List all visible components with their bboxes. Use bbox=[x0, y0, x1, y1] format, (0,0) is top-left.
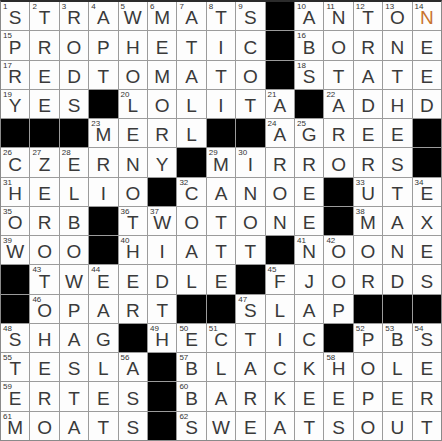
clue-number: 57 bbox=[179, 353, 188, 363]
cell-r12c11[interactable]: C bbox=[295, 324, 323, 352]
cell-r7c8[interactable]: A bbox=[207, 178, 235, 206]
cell-letter: L bbox=[275, 301, 286, 323]
clue-number: 61 bbox=[3, 412, 12, 422]
cell-r14c2[interactable]: R bbox=[30, 382, 58, 410]
cell-letter: D bbox=[391, 272, 405, 294]
clue-number: 41 bbox=[297, 236, 306, 246]
cell-r15c14[interactable]: U bbox=[383, 412, 411, 440]
clue-number: 19 bbox=[3, 90, 12, 100]
cell-r9c11[interactable]: 41N bbox=[295, 236, 323, 264]
cell-letter: E bbox=[303, 389, 316, 411]
clue-number: 47 bbox=[238, 295, 247, 305]
cell-letter: X bbox=[420, 213, 433, 235]
clue-number: 36 bbox=[121, 207, 130, 217]
cell-r10c3[interactable]: W bbox=[60, 265, 88, 293]
cell-r12c6[interactable]: 49H bbox=[148, 324, 176, 352]
cell-r13c11[interactable]: K bbox=[295, 353, 323, 381]
cell-r12c4[interactable]: G bbox=[89, 324, 117, 352]
cell-r9c6[interactable]: I bbox=[148, 236, 176, 264]
clue-number: 60 bbox=[179, 382, 188, 392]
cell-r7c2[interactable]: E bbox=[30, 178, 58, 206]
cell-r8c11[interactable]: E bbox=[295, 207, 323, 235]
cell-r10c15[interactable]: S bbox=[413, 265, 441, 293]
cell-r6c11[interactable]: R bbox=[295, 148, 323, 176]
cell-letter: T bbox=[421, 418, 433, 440]
clue-number: 40 bbox=[121, 236, 130, 246]
cell-letter: T bbox=[215, 242, 227, 264]
cell-r3c11[interactable]: 18S bbox=[295, 61, 323, 89]
cell-r15c2[interactable]: O bbox=[30, 412, 58, 440]
cell-r4c9[interactable]: T bbox=[236, 90, 264, 118]
black-square-r5c9 bbox=[236, 119, 264, 147]
cell-r7c9[interactable]: N bbox=[236, 178, 264, 206]
cell-r12c10[interactable]: I bbox=[266, 324, 294, 352]
black-square-r11c13 bbox=[354, 295, 382, 323]
cell-r15c9[interactable]: E bbox=[236, 412, 264, 440]
cell-r1c15[interactable]: 14N bbox=[413, 2, 441, 30]
cell-letter: T bbox=[215, 67, 227, 89]
cell-letter: A bbox=[391, 213, 404, 235]
cell-r7c15[interactable]: 34E bbox=[413, 178, 441, 206]
cell-r12c13[interactable]: 52P bbox=[354, 324, 382, 352]
cell-letter: J bbox=[304, 272, 314, 294]
cell-r4c5[interactable]: 20L bbox=[119, 90, 147, 118]
cell-r13c8[interactable]: L bbox=[207, 353, 235, 381]
cell-r6c14[interactable]: S bbox=[383, 148, 411, 176]
cell-r9c2[interactable]: O bbox=[30, 236, 58, 264]
cell-r11c3[interactable]: P bbox=[60, 295, 88, 323]
black-square-r5c8 bbox=[207, 119, 235, 147]
cell-r3c9[interactable]: O bbox=[236, 61, 264, 89]
clue-number: 18 bbox=[297, 61, 306, 71]
cell-r2c1[interactable]: 15P bbox=[1, 31, 29, 59]
cell-r5c5[interactable]: E bbox=[119, 119, 147, 147]
cell-letter: P bbox=[97, 38, 110, 60]
cell-r8c10[interactable]: N bbox=[266, 207, 294, 235]
cell-letter: A bbox=[215, 184, 228, 206]
cell-letter: M bbox=[154, 8, 170, 30]
cell-letter: T bbox=[392, 67, 404, 89]
black-square-r10c1 bbox=[1, 265, 29, 293]
cell-r6c5[interactable]: N bbox=[119, 148, 147, 176]
cell-r7c7[interactable]: 32C bbox=[177, 178, 205, 206]
cell-r14c13[interactable]: P bbox=[354, 382, 382, 410]
cell-r9c1[interactable]: 39W bbox=[1, 236, 29, 264]
cell-letter: T bbox=[98, 418, 110, 440]
cell-letter: T bbox=[98, 67, 110, 89]
cell-letter: C bbox=[244, 38, 258, 60]
cell-r7c4[interactable]: I bbox=[89, 178, 117, 206]
cell-letter: H bbox=[126, 38, 140, 60]
cell-letter: E bbox=[420, 67, 433, 89]
cell-r14c9[interactable]: R bbox=[236, 382, 264, 410]
cell-r15c11[interactable]: T bbox=[295, 412, 323, 440]
cell-r14c7[interactable]: 60B bbox=[177, 382, 205, 410]
clue-number: 59 bbox=[3, 382, 12, 392]
cell-r6c10[interactable]: R bbox=[266, 148, 294, 176]
cell-r15c15[interactable]: T bbox=[413, 412, 441, 440]
cell-r10c6[interactable]: D bbox=[148, 265, 176, 293]
cell-r11c6[interactable]: T bbox=[148, 295, 176, 323]
cell-r12c8[interactable]: 51C bbox=[207, 324, 235, 352]
cell-r8c15[interactable]: X bbox=[413, 207, 441, 235]
cell-letter: T bbox=[156, 301, 168, 323]
cell-letter: W bbox=[212, 418, 230, 440]
cell-r1c6[interactable]: 6M bbox=[148, 2, 176, 30]
cell-letter: O bbox=[37, 242, 52, 264]
cell-r13c7[interactable]: 57B bbox=[177, 353, 205, 381]
cell-r12c14[interactable]: 53B bbox=[383, 324, 411, 352]
cell-letter: O bbox=[67, 242, 82, 264]
cell-letter: A bbox=[362, 67, 375, 89]
cell-r2c15[interactable]: E bbox=[413, 31, 441, 59]
cell-r2c6[interactable]: E bbox=[148, 31, 176, 59]
cell-letter: I bbox=[248, 155, 253, 177]
cell-letter: A bbox=[215, 389, 228, 411]
black-square-r14c6 bbox=[148, 382, 176, 410]
cell-r3c4[interactable]: T bbox=[89, 61, 117, 89]
cell-letter: S bbox=[391, 155, 404, 177]
cell-r4c8[interactable]: I bbox=[207, 90, 235, 118]
cell-r6c3[interactable]: 28E bbox=[60, 148, 88, 176]
cell-r13c4[interactable]: L bbox=[89, 353, 117, 381]
cell-r5c11[interactable]: 25G bbox=[295, 119, 323, 147]
cell-letter: S bbox=[9, 8, 22, 30]
cell-r2c12[interactable]: O bbox=[324, 31, 352, 59]
cell-r14c8[interactable]: A bbox=[207, 382, 235, 410]
cell-letter: T bbox=[245, 242, 257, 264]
cell-r1c4[interactable]: 4A bbox=[89, 2, 117, 30]
cell-r10c5[interactable]: E bbox=[119, 265, 147, 293]
cell-r7c3[interactable]: L bbox=[60, 178, 88, 206]
cell-r10c7[interactable]: L bbox=[177, 265, 205, 293]
clue-number: 58 bbox=[326, 353, 335, 363]
cell-r14c14[interactable]: E bbox=[383, 382, 411, 410]
cell-r3c13[interactable]: A bbox=[354, 61, 382, 89]
cell-letter: D bbox=[155, 272, 169, 294]
cell-r14c3[interactable]: T bbox=[60, 382, 88, 410]
cell-letter: P bbox=[332, 301, 345, 323]
cell-letter: E bbox=[332, 389, 345, 411]
cell-r14c12[interactable]: E bbox=[324, 382, 352, 410]
cell-letter: E bbox=[391, 389, 404, 411]
cell-letter: P bbox=[68, 301, 81, 323]
clue-number: 45 bbox=[268, 265, 277, 275]
cell-letter: U bbox=[391, 418, 405, 440]
cell-r2c5[interactable]: H bbox=[119, 31, 147, 59]
clue-number: 39 bbox=[3, 236, 12, 246]
cell-letter: I bbox=[101, 184, 106, 206]
cell-r11c5[interactable]: R bbox=[119, 295, 147, 323]
cell-r13c12[interactable]: 58H bbox=[324, 353, 352, 381]
clue-number: 54 bbox=[415, 324, 424, 334]
cell-r6c12[interactable]: O bbox=[324, 148, 352, 176]
cell-r9c7[interactable]: A bbox=[177, 236, 205, 264]
cell-r14c1[interactable]: 59E bbox=[1, 382, 29, 410]
cell-r14c10[interactable]: K bbox=[266, 382, 294, 410]
cell-letter: S bbox=[68, 359, 81, 381]
cell-r7c10[interactable]: O bbox=[266, 178, 294, 206]
cell-letter: E bbox=[38, 96, 51, 118]
cell-r11c11[interactable]: A bbox=[295, 295, 323, 323]
cell-r10c4[interactable]: 44E bbox=[89, 265, 117, 293]
cell-r4c15[interactable]: D bbox=[413, 90, 441, 118]
cell-r15c8[interactable]: W bbox=[207, 412, 235, 440]
cell-letter: E bbox=[38, 184, 51, 206]
clue-number: 7 bbox=[179, 2, 183, 12]
cell-letter: N bbox=[391, 38, 405, 60]
cell-r8c8[interactable]: T bbox=[207, 207, 235, 235]
cell-letter: I bbox=[218, 38, 223, 60]
clue-number: 31 bbox=[3, 178, 12, 188]
black-square-r5c1 bbox=[1, 119, 29, 147]
cell-r5c4[interactable]: 23M bbox=[89, 119, 117, 147]
cell-r13c10[interactable]: C bbox=[266, 353, 294, 381]
cell-r8c14[interactable]: A bbox=[383, 207, 411, 235]
crossword-board: 1S2T3R4A5W6M7A8T9S10A11N12T13O14N15PROPH… bbox=[0, 0, 442, 441]
cell-r2c4[interactable]: P bbox=[89, 31, 117, 59]
cell-r1c14[interactable]: 13O bbox=[383, 2, 411, 30]
cell-r9c13[interactable]: O bbox=[354, 236, 382, 264]
cell-letter: R bbox=[67, 8, 81, 30]
cell-r6c4[interactable]: R bbox=[89, 148, 117, 176]
cell-r8c6[interactable]: 37W bbox=[148, 207, 176, 235]
clue-number: 12 bbox=[356, 2, 365, 12]
cell-r8c9[interactable]: O bbox=[236, 207, 264, 235]
cell-r11c10[interactable]: L bbox=[266, 295, 294, 323]
cell-letter: T bbox=[215, 8, 227, 30]
cell-letter: E bbox=[126, 125, 139, 147]
cell-r7c14[interactable]: T bbox=[383, 178, 411, 206]
cell-r11c12[interactable]: P bbox=[324, 295, 352, 323]
cell-r8c5[interactable]: 36T bbox=[119, 207, 147, 235]
cell-r1c7[interactable]: 7A bbox=[177, 2, 205, 30]
cell-r1c1[interactable]: 1S bbox=[1, 2, 29, 30]
cell-r8c7[interactable]: O bbox=[177, 207, 205, 235]
cell-letter: R bbox=[126, 301, 140, 323]
cell-r3c5[interactable]: O bbox=[119, 61, 147, 89]
crossword-puzzle: 1S2T3R4A5W6M7A8T9S10A11N12T13O14N15PROPH… bbox=[0, 0, 442, 441]
cell-r4c1[interactable]: 19Y bbox=[1, 90, 29, 118]
cell-r10c14[interactable]: D bbox=[383, 265, 411, 293]
cell-r12c2[interactable]: H bbox=[30, 324, 58, 352]
cell-r13c2[interactable]: E bbox=[30, 353, 58, 381]
cell-r7c1[interactable]: 31H bbox=[1, 178, 29, 206]
cell-r2c9[interactable]: C bbox=[236, 31, 264, 59]
cell-r5c6[interactable]: R bbox=[148, 119, 176, 147]
cell-r14c5[interactable]: S bbox=[119, 382, 147, 410]
cell-r3c8[interactable]: T bbox=[207, 61, 235, 89]
cell-r13c13[interactable]: O bbox=[354, 353, 382, 381]
cell-r9c12[interactable]: 42O bbox=[324, 236, 352, 264]
clue-number: 29 bbox=[209, 148, 218, 158]
cell-r12c7[interactable]: 50E bbox=[177, 324, 205, 352]
cell-r3c7[interactable]: A bbox=[177, 61, 205, 89]
cell-r10c8[interactable]: E bbox=[207, 265, 235, 293]
cell-r9c5[interactable]: 40H bbox=[119, 236, 147, 264]
cell-r1c12[interactable]: 11N bbox=[324, 2, 352, 30]
cell-r13c3[interactable]: S bbox=[60, 353, 88, 381]
cell-letter: S bbox=[68, 96, 81, 118]
cell-r15c4[interactable]: T bbox=[89, 412, 117, 440]
cell-r12c15[interactable]: 54S bbox=[413, 324, 441, 352]
cell-letter: E bbox=[420, 38, 433, 60]
cell-r1c9[interactable]: 9S bbox=[236, 2, 264, 30]
cell-r7c5[interactable]: O bbox=[119, 178, 147, 206]
cell-r13c15[interactable]: E bbox=[413, 353, 441, 381]
clue-number: 49 bbox=[150, 324, 159, 334]
cell-letter: A bbox=[185, 242, 198, 264]
clue-number: 51 bbox=[209, 324, 218, 334]
cell-r4c6[interactable]: O bbox=[148, 90, 176, 118]
cell-r7c11[interactable]: E bbox=[295, 178, 323, 206]
cell-r8c1[interactable]: 35O bbox=[1, 207, 29, 235]
cell-r2c7[interactable]: T bbox=[177, 31, 205, 59]
cell-r10c11[interactable]: J bbox=[295, 265, 323, 293]
cell-letter: N bbox=[273, 213, 287, 235]
cell-letter: O bbox=[243, 67, 258, 89]
cell-r9c3[interactable]: O bbox=[60, 236, 88, 264]
cell-r3c14[interactable]: T bbox=[383, 61, 411, 89]
cell-r15c7[interactable]: 62S bbox=[177, 412, 205, 440]
cell-r2c14[interactable]: N bbox=[383, 31, 411, 59]
cell-r13c14[interactable]: L bbox=[383, 353, 411, 381]
cell-r3c15[interactable]: E bbox=[413, 61, 441, 89]
cell-letter: R bbox=[273, 155, 287, 177]
cell-r12c1[interactable]: 48S bbox=[1, 324, 29, 352]
cell-r12c3[interactable]: A bbox=[60, 324, 88, 352]
cell-letter: N bbox=[126, 155, 140, 177]
cell-r5c14[interactable]: E bbox=[383, 119, 411, 147]
cell-r8c3[interactable]: B bbox=[60, 207, 88, 235]
cell-r6c6[interactable]: Y bbox=[148, 148, 176, 176]
cell-letter: E bbox=[215, 272, 228, 294]
cell-r3c2[interactable]: E bbox=[30, 61, 58, 89]
clue-number: 2 bbox=[32, 2, 36, 12]
cell-r13c9[interactable]: A bbox=[236, 353, 264, 381]
cell-r15c5[interactable]: S bbox=[119, 412, 147, 440]
cell-r6c9[interactable]: 30I bbox=[236, 148, 264, 176]
cell-r8c13[interactable]: 38M bbox=[354, 207, 382, 235]
cell-r6c2[interactable]: 27Z bbox=[30, 148, 58, 176]
cell-r4c12[interactable]: 22A bbox=[324, 90, 352, 118]
black-square-r7c6 bbox=[148, 178, 176, 206]
cell-r3c1[interactable]: 17R bbox=[1, 61, 29, 89]
cell-r5c7[interactable]: L bbox=[177, 119, 205, 147]
cell-letter: E bbox=[362, 125, 375, 147]
cell-r4c10[interactable]: 21A bbox=[266, 90, 294, 118]
cell-r4c13[interactable]: D bbox=[354, 90, 382, 118]
cell-r8c2[interactable]: R bbox=[30, 207, 58, 235]
cell-r9c9[interactable]: T bbox=[236, 236, 264, 264]
cell-r15c12[interactable]: S bbox=[324, 412, 352, 440]
cell-r6c13[interactable]: R bbox=[354, 148, 382, 176]
cell-r6c1[interactable]: 26C bbox=[1, 148, 29, 176]
cell-letter: O bbox=[331, 272, 346, 294]
clue-number: 30 bbox=[238, 148, 247, 158]
black-square-r11c8 bbox=[207, 295, 235, 323]
cell-r15c10[interactable]: A bbox=[266, 412, 294, 440]
cell-r3c6[interactable]: M bbox=[148, 61, 176, 89]
cell-r5c12[interactable]: R bbox=[324, 119, 352, 147]
cell-r4c3[interactable]: S bbox=[60, 90, 88, 118]
cell-r7c13[interactable]: 33U bbox=[354, 178, 382, 206]
cell-letter: A bbox=[68, 330, 81, 352]
cell-r4c7[interactable]: L bbox=[177, 90, 205, 118]
cell-letter: O bbox=[125, 67, 140, 89]
cell-r10c13[interactable]: R bbox=[354, 265, 382, 293]
cell-r10c12[interactable]: O bbox=[324, 265, 352, 293]
cell-r1c13[interactable]: 12T bbox=[354, 2, 382, 30]
cell-r2c13[interactable]: R bbox=[354, 31, 382, 59]
black-square-r11c14 bbox=[383, 295, 411, 323]
cell-r12c9[interactable]: T bbox=[236, 324, 264, 352]
cell-r3c12[interactable]: T bbox=[324, 61, 352, 89]
cell-r1c2[interactable]: 2T bbox=[30, 2, 58, 30]
cell-r13c1[interactable]: 55T bbox=[1, 353, 29, 381]
cell-r14c4[interactable]: E bbox=[89, 382, 117, 410]
cell-r6c8[interactable]: 29M bbox=[207, 148, 235, 176]
cell-r15c1[interactable]: 61M bbox=[1, 412, 29, 440]
clue-number: 44 bbox=[91, 265, 100, 275]
cell-letter: D bbox=[67, 67, 81, 89]
cell-r14c15[interactable]: R bbox=[413, 382, 441, 410]
cell-r11c9[interactable]: 47S bbox=[236, 295, 264, 323]
clue-number: 42 bbox=[326, 236, 335, 246]
cell-r9c15[interactable]: E bbox=[413, 236, 441, 264]
cell-r10c2[interactable]: 43T bbox=[30, 265, 58, 293]
cell-letter: H bbox=[38, 330, 52, 352]
cell-letter: D bbox=[420, 96, 434, 118]
cell-r5c13[interactable]: E bbox=[354, 119, 382, 147]
cell-r15c3[interactable]: A bbox=[60, 412, 88, 440]
cell-r1c11[interactable]: 10A bbox=[295, 2, 323, 30]
cell-r11c2[interactable]: 46O bbox=[30, 295, 58, 323]
cell-r14c11[interactable]: E bbox=[295, 382, 323, 410]
clue-number: 52 bbox=[356, 324, 365, 334]
cell-r9c14[interactable]: N bbox=[383, 236, 411, 264]
cell-r10c10[interactable]: 45F bbox=[266, 265, 294, 293]
cell-r2c2[interactable]: R bbox=[30, 31, 58, 59]
cell-r9c8[interactable]: T bbox=[207, 236, 235, 264]
cell-letter: D bbox=[361, 96, 375, 118]
clue-number: 25 bbox=[297, 119, 306, 129]
clue-number: 27 bbox=[32, 148, 41, 158]
cell-letter: R bbox=[302, 155, 316, 177]
cell-letter: E bbox=[156, 38, 169, 60]
cell-letter: O bbox=[243, 213, 258, 235]
cell-r13c5[interactable]: 56A bbox=[119, 353, 147, 381]
clue-number: 38 bbox=[356, 207, 365, 217]
cell-letter: K bbox=[273, 389, 286, 411]
cell-r2c8[interactable]: I bbox=[207, 31, 235, 59]
cell-letter: O bbox=[125, 184, 140, 206]
black-square-r6c7 bbox=[177, 148, 205, 176]
cell-letter: T bbox=[215, 213, 227, 235]
cell-r2c11[interactable]: 16B bbox=[295, 31, 323, 59]
cell-r15c13[interactable]: O bbox=[354, 412, 382, 440]
cell-r4c2[interactable]: E bbox=[30, 90, 58, 118]
cell-r4c14[interactable]: H bbox=[383, 90, 411, 118]
cell-r1c5[interactable]: 5W bbox=[119, 2, 147, 30]
cell-r5c10[interactable]: 24A bbox=[266, 119, 294, 147]
black-square-r8c12 bbox=[324, 207, 352, 235]
cell-r1c8[interactable]: 8T bbox=[207, 2, 235, 30]
cell-r2c3[interactable]: O bbox=[60, 31, 88, 59]
cell-r11c4[interactable]: A bbox=[89, 295, 117, 323]
cell-r1c3[interactable]: 3R bbox=[60, 2, 88, 30]
cell-r3c3[interactable]: D bbox=[60, 61, 88, 89]
